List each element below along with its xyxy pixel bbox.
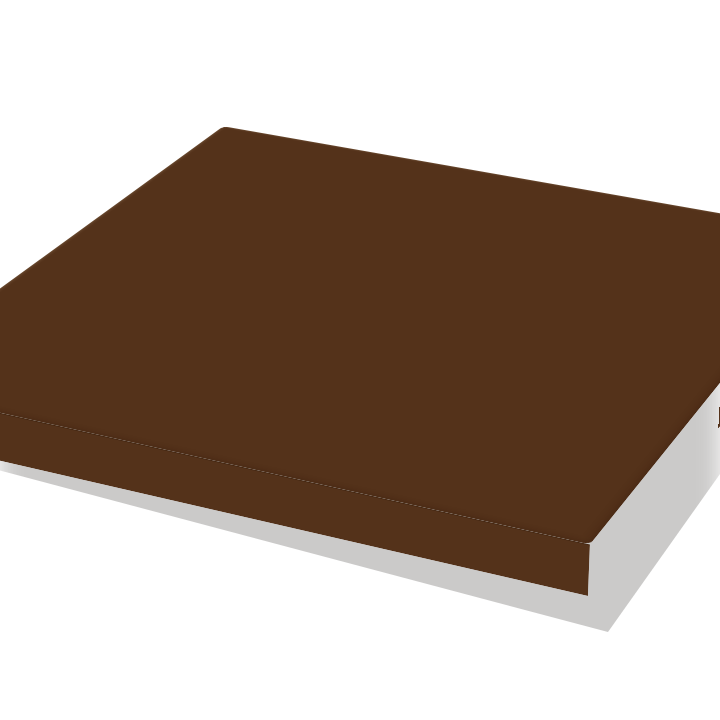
chessboard — [0, 126, 720, 544]
product-photo-background — [0, 0, 720, 720]
photo-scene — [0, 0, 720, 720]
